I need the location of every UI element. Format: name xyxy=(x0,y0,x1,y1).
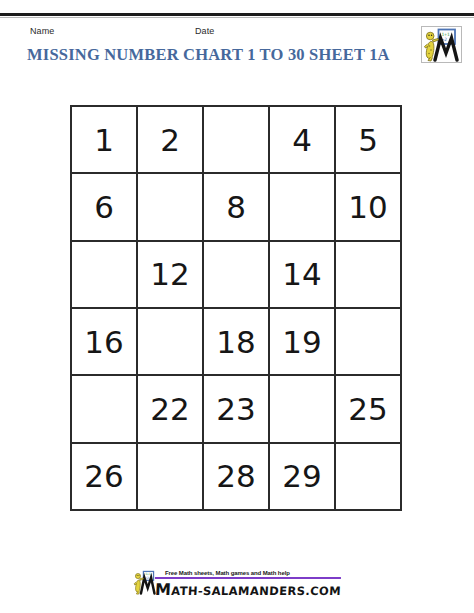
grid-cell-filled: 10 xyxy=(335,173,401,240)
grid-cell-filled: 19 xyxy=(269,308,335,375)
top-border-rule-shadow xyxy=(0,17,474,18)
top-border-rule xyxy=(0,13,474,16)
grid-cell-filled: 29 xyxy=(269,443,335,510)
grid-cell-blank[interactable] xyxy=(203,241,269,308)
grid-cell-blank[interactable] xyxy=(269,375,335,442)
footer-branding: 1+1 =2 Free Math sheets, Math games and … xyxy=(133,569,341,599)
grid-cell-filled: 12 xyxy=(137,241,203,308)
grid-cell-filled: 6 xyxy=(71,173,137,240)
svg-text:1+1: 1+1 xyxy=(442,32,450,37)
date-label: Date xyxy=(195,26,214,36)
grid-cell-filled: 2 xyxy=(137,106,203,173)
grid-cell-blank[interactable] xyxy=(269,173,335,240)
grid-cell-filled: 28 xyxy=(203,443,269,510)
grid-cell-filled: 16 xyxy=(71,308,137,375)
grid-cell-blank[interactable] xyxy=(335,443,401,510)
grid-cell-blank[interactable] xyxy=(203,106,269,173)
number-grid: 124568101214161819222325262829 xyxy=(70,105,402,511)
grid-cell-blank[interactable] xyxy=(137,443,203,510)
footer-site-name: MATH-SALAMANDERS.COM xyxy=(154,580,341,599)
salamander-easel-icon-small: 1+1 =2 xyxy=(133,569,157,600)
name-label: Name xyxy=(30,26,54,36)
grid-cell-filled: 4 xyxy=(269,106,335,173)
grid-cell-filled: 1 xyxy=(71,106,137,173)
grid-cell-blank[interactable] xyxy=(71,241,137,308)
grid-cell-filled: 22 xyxy=(137,375,203,442)
grid-cell-filled: 23 xyxy=(203,375,269,442)
grid-cell-blank[interactable] xyxy=(71,375,137,442)
page-title: MISSING NUMBER CHART 1 TO 30 SHEET 1A xyxy=(27,45,390,65)
worksheet-page: Name Date 1+1 =2 xyxy=(0,0,474,613)
grid-cell-filled: 26 xyxy=(71,443,137,510)
math-salamanders-logo: 1+1 =2 xyxy=(421,26,462,63)
grid-cell-filled: 18 xyxy=(203,308,269,375)
salamander-easel-icon: 1+1 =2 xyxy=(422,48,461,65)
grid-cell-blank[interactable] xyxy=(137,173,203,240)
grid-cell-filled: 14 xyxy=(269,241,335,308)
grid-cell-blank[interactable] xyxy=(335,241,401,308)
footer-purple-divider xyxy=(155,577,341,579)
grid-cell-filled: 25 xyxy=(335,375,401,442)
footer-tagline: Free Math sheets, Math games and Math he… xyxy=(155,570,341,576)
grid-cell-filled: 5 xyxy=(335,106,401,173)
grid-cell-blank[interactable] xyxy=(335,308,401,375)
grid-cell-blank[interactable] xyxy=(137,308,203,375)
grid-cell-filled: 8 xyxy=(203,173,269,240)
